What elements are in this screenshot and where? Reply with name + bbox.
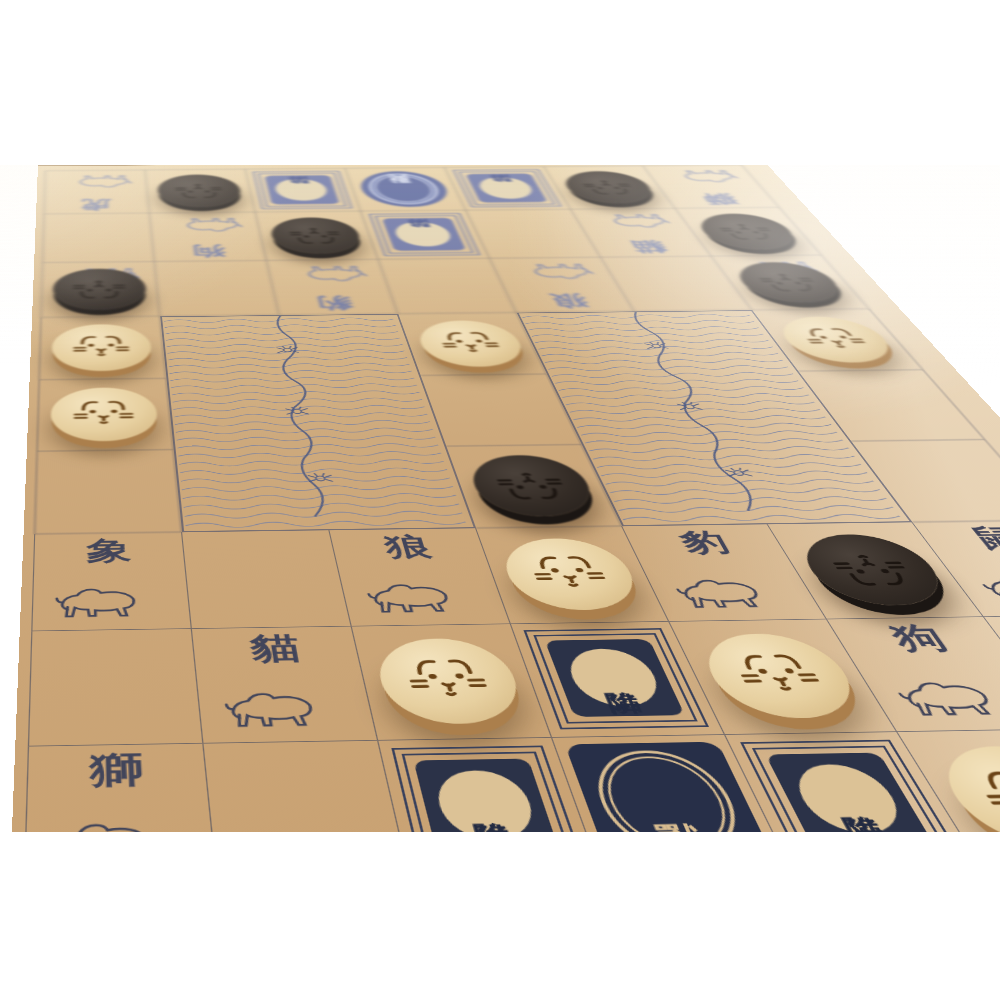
cell-r5c3[interactable] bbox=[294, 376, 447, 448]
trap-label: 陷阱 bbox=[466, 802, 502, 806]
animal-drawing-icon bbox=[585, 211, 679, 232]
print-trap-r8c4: 陷阱 bbox=[369, 213, 481, 256]
elephant-face-icon bbox=[711, 642, 847, 708]
tiger-face-icon bbox=[785, 322, 887, 357]
rat-face-icon bbox=[64, 273, 136, 305]
cell-r8c2[interactable]: 狗 bbox=[150, 212, 267, 261]
piece-dark-rat[interactable] bbox=[53, 268, 148, 310]
animal-name-label: 獅 bbox=[90, 751, 145, 788]
animal-name-label: 狼 bbox=[547, 293, 591, 309]
trap-label: 陷阱 bbox=[291, 189, 311, 190]
animal-drawing-icon bbox=[504, 260, 602, 283]
cell-r5c1[interactable] bbox=[37, 379, 174, 452]
cell-r5c2[interactable] bbox=[167, 377, 311, 450]
piece-dark-leopard[interactable] bbox=[690, 213, 805, 249]
print-animal-wolf-near: 狼 bbox=[334, 531, 504, 623]
photo-area: 虎陷阱獸穴陷阱獅狗陷阱貓鼠豹狼象象狼豹鼠貓陷阱狗獅陷阱獸穴陷阱虎 bbox=[0, 165, 1000, 832]
trap-label: 陷阱 bbox=[596, 675, 629, 679]
cat-face-icon bbox=[512, 546, 628, 601]
den-label: 獸穴 bbox=[635, 797, 698, 805]
animal-drawing-icon bbox=[217, 683, 355, 736]
cell-r6c2[interactable] bbox=[160, 315, 294, 378]
leopard-face-icon bbox=[426, 325, 515, 361]
cell-r7c1[interactable]: 鼠 bbox=[41, 262, 161, 318]
cell-r4c1[interactable] bbox=[34, 450, 182, 535]
cat-face-icon bbox=[569, 175, 648, 200]
rat-face-icon bbox=[948, 756, 1000, 832]
print-trap-r9c5: 陷阱 bbox=[453, 169, 562, 207]
trap-label: 陷阱 bbox=[828, 796, 865, 800]
animal-name-label: 狗 bbox=[191, 244, 227, 258]
trap-circle: 陷阱 bbox=[430, 769, 541, 832]
piece-light-wolf[interactable] bbox=[51, 387, 160, 442]
lion-face-icon bbox=[388, 647, 508, 713]
board-grid: 虎陷阱獸穴陷阱獅狗陷阱貓鼠豹狼象象狼豹鼠貓陷阱狗獅陷阱獸穴陷阱虎 bbox=[24, 165, 1000, 832]
cell-r2c2[interactable]: 貓 bbox=[192, 627, 378, 744]
print-animal-tiger-far: 虎 bbox=[48, 171, 146, 212]
trap-label: 陷阱 bbox=[413, 233, 434, 234]
trap-circle: 陷阱 bbox=[475, 177, 538, 199]
wolf-face-icon bbox=[64, 393, 146, 434]
cell-r6c1[interactable] bbox=[39, 316, 167, 380]
print-animal-lion-near: 獅 bbox=[31, 747, 210, 832]
cell-r7c2[interactable] bbox=[155, 261, 280, 317]
piece-dark-dog[interactable] bbox=[267, 217, 365, 254]
trap-label: 陷阱 bbox=[496, 187, 516, 188]
wolf-face-icon bbox=[808, 542, 937, 597]
piece-dark-lion[interactable] bbox=[463, 454, 602, 516]
jungle-board: 虎陷阱獸穴陷阱獅狗陷阱貓鼠豹狼象象狼豹鼠貓陷阱狗獅陷阱獸穴陷阱虎 bbox=[10, 165, 1000, 832]
animal-name-label: 狼 bbox=[382, 534, 434, 560]
animal-drawing-icon bbox=[881, 672, 1000, 724]
trap-square: 陷阱 bbox=[382, 218, 466, 251]
cell-r9c3[interactable]: 陷阱 bbox=[246, 168, 361, 212]
cell-r3c2[interactable] bbox=[182, 530, 352, 629]
cell-r1c2[interactable] bbox=[204, 741, 411, 832]
animal-drawing-icon bbox=[47, 812, 193, 832]
trap-circle: 陷阱 bbox=[273, 179, 330, 201]
elephant-face-icon bbox=[741, 266, 835, 297]
animal-name-label: 鼠 bbox=[966, 526, 1000, 552]
animal-drawing-icon bbox=[57, 172, 135, 191]
trap-circle: 陷阱 bbox=[392, 222, 456, 247]
print-trap-r9c3: 陷阱 bbox=[253, 171, 353, 209]
tiger-face-icon bbox=[166, 178, 233, 203]
lion-face-icon bbox=[479, 461, 584, 508]
animal-drawing-icon bbox=[51, 580, 172, 625]
animal-name-label: 貓 bbox=[628, 240, 670, 254]
animal-drawing-icon bbox=[657, 167, 747, 185]
cell-r8c3[interactable] bbox=[256, 211, 379, 260]
trap-circle: 陷阱 bbox=[561, 648, 668, 707]
cell-r3c1[interactable]: 象 bbox=[31, 532, 192, 631]
animal-name-label: 豹 bbox=[315, 295, 355, 311]
piece-light-lion[interactable] bbox=[370, 637, 528, 724]
cell-r4c2[interactable] bbox=[174, 448, 330, 532]
print-animal-dog-far: 狗 bbox=[153, 213, 262, 259]
cell-r7c3[interactable]: 豹 bbox=[267, 259, 398, 315]
leopard-face-icon bbox=[703, 217, 790, 245]
animal-name-label: 狗 bbox=[885, 623, 953, 654]
print-trap-r1c3: 陷阱 bbox=[391, 746, 584, 832]
print-animal-cat-near: 貓 bbox=[197, 629, 371, 739]
white-matte-bottom bbox=[0, 832, 1000, 1000]
animal-drawing-icon bbox=[663, 571, 803, 615]
piece-dark-tiger[interactable] bbox=[156, 174, 244, 207]
piece-light-dog[interactable] bbox=[52, 324, 153, 372]
animal-name-label: 虎 bbox=[81, 198, 113, 211]
piece-light-tiger[interactable] bbox=[769, 316, 903, 363]
cell-r2c1[interactable] bbox=[28, 629, 204, 747]
piece-light-cat[interactable] bbox=[494, 537, 646, 610]
cell-r9c1[interactable]: 虎 bbox=[44, 170, 150, 214]
animal-name-label: 獅 bbox=[700, 193, 741, 206]
den-label: 獸穴 bbox=[389, 187, 418, 190]
animal-name-label: 貓 bbox=[248, 633, 302, 664]
animal-drawing-icon bbox=[359, 576, 489, 620]
cell-r9c2[interactable] bbox=[145, 169, 255, 213]
piece-dark-cat[interactable] bbox=[557, 171, 660, 204]
piece-light-leopard[interactable] bbox=[412, 320, 530, 367]
piece-dark-elephant[interactable] bbox=[727, 262, 851, 303]
white-matte-top bbox=[0, 0, 1000, 165]
dog-face-icon bbox=[64, 329, 141, 365]
cell-r1c1[interactable]: 獅 bbox=[24, 744, 218, 832]
cell-r8c1[interactable] bbox=[42, 213, 154, 263]
print-den-far: 獸穴 bbox=[355, 171, 454, 207]
print-animal-elephant-near: 象 bbox=[37, 535, 186, 628]
dog-face-icon bbox=[278, 221, 352, 249]
print-animal-leopard-far: 豹 bbox=[270, 261, 393, 313]
den-ring: 獸穴 bbox=[583, 750, 755, 832]
cell-r6c3[interactable] bbox=[279, 314, 420, 377]
product-photo: 虎陷阱獸穴陷阱獅狗陷阱貓鼠豹狼象象狼豹鼠貓陷阱狗獅陷阱獸穴陷阱虎 bbox=[0, 0, 1000, 1000]
animal-name-label: 象 bbox=[86, 538, 132, 564]
animal-drawing-icon bbox=[281, 262, 374, 285]
trap-square: 陷阱 bbox=[264, 175, 339, 204]
animal-drawing-icon bbox=[163, 215, 248, 236]
den-ring: 獸穴 bbox=[364, 173, 444, 204]
animal-name-label: 豹 bbox=[675, 530, 733, 556]
